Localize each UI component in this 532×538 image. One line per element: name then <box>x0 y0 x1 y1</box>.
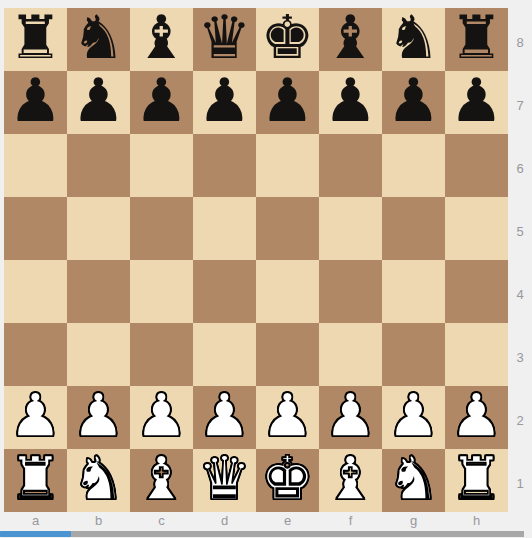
piece-white-pawn[interactable]: ♟ <box>387 384 441 447</box>
square-e2[interactable]: ♟ <box>256 386 319 449</box>
square-c4[interactable] <box>130 260 193 323</box>
square-h6[interactable] <box>445 134 508 197</box>
square-b4[interactable] <box>67 260 130 323</box>
square-b1[interactable]: ♞ <box>67 449 130 512</box>
piece-white-rook[interactable]: ♜ <box>9 447 63 510</box>
piece-white-bishop[interactable]: ♝ <box>324 447 378 510</box>
file-label-e: e <box>256 512 319 529</box>
square-a4[interactable] <box>4 260 67 323</box>
piece-white-pawn[interactable]: ♟ <box>261 384 315 447</box>
piece-white-bishop[interactable]: ♝ <box>135 447 189 510</box>
square-g1[interactable]: ♞ <box>382 449 445 512</box>
square-e8[interactable]: ♚ <box>256 8 319 71</box>
square-g4[interactable] <box>382 260 445 323</box>
square-a7[interactable]: ♟ <box>4 71 67 134</box>
square-a1[interactable]: ♜ <box>4 449 67 512</box>
square-d6[interactable] <box>193 134 256 197</box>
rank-label-1: 1 <box>508 449 532 512</box>
square-d4[interactable] <box>193 260 256 323</box>
file-label-h: h <box>445 512 508 529</box>
piece-black-knight[interactable]: ♞ <box>387 6 441 69</box>
rank-label-4: 4 <box>508 260 532 323</box>
rank-label-6: 6 <box>508 134 532 197</box>
square-e4[interactable] <box>256 260 319 323</box>
square-h1[interactable]: ♜ <box>445 449 508 512</box>
square-a2[interactable]: ♟ <box>4 386 67 449</box>
square-f2[interactable]: ♟ <box>319 386 382 449</box>
rank-label-3: 3 <box>508 323 532 386</box>
square-b6[interactable] <box>67 134 130 197</box>
piece-black-pawn[interactable]: ♟ <box>135 69 189 132</box>
piece-white-king[interactable]: ♚ <box>261 447 315 510</box>
square-f5[interactable] <box>319 197 382 260</box>
square-g6[interactable] <box>382 134 445 197</box>
rank-label-7: 7 <box>508 71 532 134</box>
square-d7[interactable]: ♟ <box>193 71 256 134</box>
chess-board: ♜♞♝♛♚♝♞♜♟♟♟♟♟♟♟♟♟♟♟♟♟♟♟♟♜♞♝♛♚♝♞♜ <box>4 8 508 512</box>
piece-black-pawn[interactable]: ♟ <box>198 69 252 132</box>
piece-black-bishop[interactable]: ♝ <box>324 6 378 69</box>
piece-black-pawn[interactable]: ♟ <box>324 69 378 132</box>
piece-white-pawn[interactable]: ♟ <box>135 384 189 447</box>
square-d1[interactable]: ♛ <box>193 449 256 512</box>
square-e3[interactable] <box>256 323 319 386</box>
square-h5[interactable] <box>445 197 508 260</box>
square-a3[interactable] <box>4 323 67 386</box>
piece-black-pawn[interactable]: ♟ <box>387 69 441 132</box>
file-label-c: c <box>130 512 193 529</box>
square-f3[interactable] <box>319 323 382 386</box>
piece-white-queen[interactable]: ♛ <box>198 447 252 510</box>
square-b2[interactable]: ♟ <box>67 386 130 449</box>
square-b8[interactable]: ♞ <box>67 8 130 71</box>
square-h8[interactable]: ♜ <box>445 8 508 71</box>
piece-white-pawn[interactable]: ♟ <box>324 384 378 447</box>
piece-white-pawn[interactable]: ♟ <box>72 384 126 447</box>
square-c5[interactable] <box>130 197 193 260</box>
piece-white-pawn[interactable]: ♟ <box>450 384 504 447</box>
square-c7[interactable]: ♟ <box>130 71 193 134</box>
piece-black-pawn[interactable]: ♟ <box>450 69 504 132</box>
piece-black-rook[interactable]: ♜ <box>450 6 504 69</box>
piece-white-knight[interactable]: ♞ <box>72 447 126 510</box>
square-e7[interactable]: ♟ <box>256 71 319 134</box>
piece-black-rook[interactable]: ♜ <box>9 6 63 69</box>
file-label-d: d <box>193 512 256 529</box>
square-c2[interactable]: ♟ <box>130 386 193 449</box>
square-f7[interactable]: ♟ <box>319 71 382 134</box>
square-b7[interactable]: ♟ <box>67 71 130 134</box>
square-d2[interactable]: ♟ <box>193 386 256 449</box>
square-b5[interactable] <box>67 197 130 260</box>
piece-white-knight[interactable]: ♞ <box>387 447 441 510</box>
square-d8[interactable]: ♛ <box>193 8 256 71</box>
rank-coordinates: 87654321 <box>508 8 532 512</box>
file-label-b: b <box>67 512 130 529</box>
square-h2[interactable]: ♟ <box>445 386 508 449</box>
page-background: ♜♞♝♛♚♝♞♜♟♟♟♟♟♟♟♟♟♟♟♟♟♟♟♟♜♞♝♛♚♝♞♜ 8765432… <box>0 0 532 538</box>
piece-white-pawn[interactable]: ♟ <box>198 384 252 447</box>
square-a5[interactable] <box>4 197 67 260</box>
square-g7[interactable]: ♟ <box>382 71 445 134</box>
piece-black-pawn[interactable]: ♟ <box>72 69 126 132</box>
square-e5[interactable] <box>256 197 319 260</box>
square-g8[interactable]: ♞ <box>382 8 445 71</box>
file-label-g: g <box>382 512 445 529</box>
piece-black-knight[interactable]: ♞ <box>72 6 126 69</box>
piece-white-rook[interactable]: ♜ <box>450 447 504 510</box>
square-f4[interactable] <box>319 260 382 323</box>
piece-black-pawn[interactable]: ♟ <box>261 69 315 132</box>
square-h7[interactable]: ♟ <box>445 71 508 134</box>
square-g5[interactable] <box>382 197 445 260</box>
scrollbar-thumb[interactable] <box>0 531 71 537</box>
square-g2[interactable]: ♟ <box>382 386 445 449</box>
piece-white-pawn[interactable]: ♟ <box>9 384 63 447</box>
square-a6[interactable] <box>4 134 67 197</box>
square-g3[interactable] <box>382 323 445 386</box>
file-label-a: a <box>4 512 67 529</box>
square-d3[interactable] <box>193 323 256 386</box>
square-f8[interactable]: ♝ <box>319 8 382 71</box>
piece-black-queen[interactable]: ♛ <box>198 6 252 69</box>
rank-label-5: 5 <box>508 197 532 260</box>
square-c3[interactable] <box>130 323 193 386</box>
square-a8[interactable]: ♜ <box>4 8 67 71</box>
file-label-f: f <box>319 512 382 529</box>
square-f6[interactable] <box>319 134 382 197</box>
square-h4[interactable] <box>445 260 508 323</box>
square-f1[interactable]: ♝ <box>319 449 382 512</box>
rank-label-8: 8 <box>508 8 532 71</box>
piece-black-bishop[interactable]: ♝ <box>135 6 189 69</box>
square-d5[interactable] <box>193 197 256 260</box>
square-b3[interactable] <box>67 323 130 386</box>
square-e6[interactable] <box>256 134 319 197</box>
rank-label-2: 2 <box>508 386 532 449</box>
square-c8[interactable]: ♝ <box>130 8 193 71</box>
piece-black-king[interactable]: ♚ <box>261 6 315 69</box>
file-coordinates: abcdefgh <box>4 512 508 529</box>
square-e1[interactable]: ♚ <box>256 449 319 512</box>
square-c6[interactable] <box>130 134 193 197</box>
square-c1[interactable]: ♝ <box>130 449 193 512</box>
square-h3[interactable] <box>445 323 508 386</box>
piece-black-pawn[interactable]: ♟ <box>9 69 63 132</box>
horizontal-scrollbar[interactable] <box>0 531 524 537</box>
